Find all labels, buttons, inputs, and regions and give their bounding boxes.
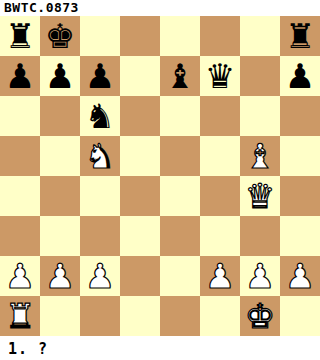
piece-black-pawn: ♟ — [45, 56, 75, 96]
square-d6[interactable] — [120, 96, 160, 136]
square-h7[interactable]: ♟ — [280, 56, 320, 96]
move-prompt: 1. ? — [0, 336, 320, 360]
square-b7[interactable]: ♟ — [40, 56, 80, 96]
piece-white-pawn: ♟ — [85, 256, 115, 296]
square-g6[interactable] — [240, 96, 280, 136]
square-f3[interactable] — [200, 216, 240, 256]
piece-white-queen: ♛ — [245, 176, 275, 216]
piece-white-knight: ♞ — [85, 136, 115, 176]
square-c7[interactable]: ♟ — [80, 56, 120, 96]
piece-white-pawn: ♟ — [245, 256, 275, 296]
square-c3[interactable] — [80, 216, 120, 256]
piece-white-bishop: ♝ — [245, 136, 275, 176]
piece-white-king: ♚ — [245, 296, 275, 336]
square-b2[interactable]: ♟ — [40, 256, 80, 296]
square-d1[interactable] — [120, 296, 160, 336]
square-g7[interactable] — [240, 56, 280, 96]
square-e5[interactable] — [160, 136, 200, 176]
chess-app: BWTC.0873 ♜♚♜♟♟♟♝♛♟♞♞♝♛♟♟♟♟♟♟♜♚ 1. ? — [0, 0, 320, 360]
square-a8[interactable]: ♜ — [0, 16, 40, 56]
piece-black-pawn: ♟ — [5, 56, 35, 96]
square-f6[interactable] — [200, 96, 240, 136]
square-f1[interactable] — [200, 296, 240, 336]
square-a6[interactable] — [0, 96, 40, 136]
square-c8[interactable] — [80, 16, 120, 56]
square-g1[interactable]: ♚ — [240, 296, 280, 336]
square-a2[interactable]: ♟ — [0, 256, 40, 296]
square-f8[interactable] — [200, 16, 240, 56]
square-d5[interactable] — [120, 136, 160, 176]
square-b5[interactable] — [40, 136, 80, 176]
square-f4[interactable] — [200, 176, 240, 216]
square-d2[interactable] — [120, 256, 160, 296]
window-title: BWTC.0873 — [0, 0, 320, 16]
square-a5[interactable] — [0, 136, 40, 176]
piece-white-pawn: ♟ — [45, 256, 75, 296]
square-h5[interactable] — [280, 136, 320, 176]
square-f2[interactable]: ♟ — [200, 256, 240, 296]
square-e3[interactable] — [160, 216, 200, 256]
square-e8[interactable] — [160, 16, 200, 56]
square-e2[interactable] — [160, 256, 200, 296]
piece-black-pawn: ♟ — [85, 56, 115, 96]
piece-black-pawn: ♟ — [285, 56, 315, 96]
square-f7[interactable]: ♛ — [200, 56, 240, 96]
piece-black-king: ♚ — [45, 16, 75, 56]
square-e1[interactable] — [160, 296, 200, 336]
square-b6[interactable] — [40, 96, 80, 136]
square-h4[interactable] — [280, 176, 320, 216]
square-g4[interactable]: ♛ — [240, 176, 280, 216]
square-b1[interactable] — [40, 296, 80, 336]
square-h6[interactable] — [280, 96, 320, 136]
square-h1[interactable] — [280, 296, 320, 336]
square-d7[interactable] — [120, 56, 160, 96]
square-b3[interactable] — [40, 216, 80, 256]
square-c5[interactable]: ♞ — [80, 136, 120, 176]
piece-white-rook: ♜ — [5, 296, 35, 336]
square-c4[interactable] — [80, 176, 120, 216]
square-a7[interactable]: ♟ — [0, 56, 40, 96]
piece-black-knight: ♞ — [85, 96, 115, 136]
piece-white-pawn: ♟ — [5, 256, 35, 296]
square-f5[interactable] — [200, 136, 240, 176]
square-h2[interactable]: ♟ — [280, 256, 320, 296]
square-d4[interactable] — [120, 176, 160, 216]
chess-board: ♜♚♜♟♟♟♝♛♟♞♞♝♛♟♟♟♟♟♟♜♚ — [0, 16, 320, 336]
square-a3[interactable] — [0, 216, 40, 256]
square-g3[interactable] — [240, 216, 280, 256]
piece-white-pawn: ♟ — [285, 256, 315, 296]
square-h3[interactable] — [280, 216, 320, 256]
piece-black-rook: ♜ — [5, 16, 35, 56]
piece-black-bishop: ♝ — [165, 56, 195, 96]
square-a4[interactable] — [0, 176, 40, 216]
square-g2[interactable]: ♟ — [240, 256, 280, 296]
square-e6[interactable] — [160, 96, 200, 136]
square-d8[interactable] — [120, 16, 160, 56]
square-a1[interactable]: ♜ — [0, 296, 40, 336]
square-e4[interactable] — [160, 176, 200, 216]
square-c1[interactable] — [80, 296, 120, 336]
square-e7[interactable]: ♝ — [160, 56, 200, 96]
piece-black-queen: ♛ — [205, 56, 235, 96]
square-c6[interactable]: ♞ — [80, 96, 120, 136]
piece-white-pawn: ♟ — [205, 256, 235, 296]
square-g5[interactable]: ♝ — [240, 136, 280, 176]
square-b8[interactable]: ♚ — [40, 16, 80, 56]
square-d3[interactable] — [120, 216, 160, 256]
piece-black-rook: ♜ — [285, 16, 315, 56]
square-g8[interactable] — [240, 16, 280, 56]
square-b4[interactable] — [40, 176, 80, 216]
square-c2[interactable]: ♟ — [80, 256, 120, 296]
square-h8[interactable]: ♜ — [280, 16, 320, 56]
